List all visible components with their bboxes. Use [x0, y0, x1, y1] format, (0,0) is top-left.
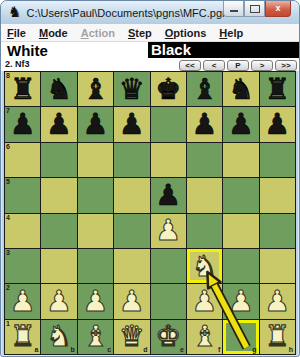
- play-button[interactable]: P: [227, 60, 249, 71]
- rank-label-6: 6: [6, 143, 10, 151]
- square-e3[interactable]: [151, 249, 186, 283]
- rank-label-2: 2: [6, 284, 10, 292]
- square-d4[interactable]: [114, 214, 149, 248]
- square-e7[interactable]: [151, 107, 186, 141]
- black-bishop: ♝: [192, 75, 218, 104]
- white-pawn: ♟: [192, 287, 218, 316]
- file-label-b: b: [70, 346, 74, 354]
- maximize-icon: [250, 5, 260, 13]
- white-pawn: ♟: [119, 287, 145, 316]
- white-rook: ♜: [264, 322, 290, 351]
- rank-label-8: 8: [6, 72, 10, 80]
- square-d2[interactable]: ♟: [114, 284, 149, 318]
- square-b1[interactable]: ♞b: [41, 320, 76, 354]
- black-knight: ♞: [46, 75, 72, 104]
- square-h4[interactable]: [260, 214, 295, 248]
- menu-item-options[interactable]: Options: [165, 27, 207, 39]
- black-pawn: ♟: [192, 110, 218, 139]
- chess-board: ♜8♞♝♛♚♝♞♜♟7♟♟♟♟♟♟65♟4♟3♞♟2♟♟♟♟♟♟♜1a♞b♝c♛…: [4, 71, 296, 355]
- square-e2[interactable]: [151, 284, 186, 318]
- square-d8[interactable]: ♛: [114, 72, 149, 106]
- square-h2[interactable]: ♟: [260, 284, 295, 318]
- white-pawn: ♟: [10, 287, 36, 316]
- square-f2[interactable]: ♟: [187, 284, 222, 318]
- first-move-button[interactable]: <<: [179, 60, 201, 71]
- black-player-box: Black: [148, 42, 299, 58]
- white-queen: ♛: [119, 322, 145, 351]
- white-pawn: ♟: [46, 287, 72, 316]
- prev-move-button[interactable]: <: [203, 60, 225, 71]
- file-label-g: g: [252, 346, 256, 354]
- square-a8[interactable]: ♜8: [5, 72, 40, 106]
- close-icon: x: [275, 4, 280, 13]
- square-f8[interactable]: ♝: [187, 72, 222, 106]
- white-bishop: ♝: [192, 322, 218, 351]
- black-pawn: ♟: [46, 110, 72, 139]
- square-g3[interactable]: [223, 249, 258, 283]
- black-pawn: ♟: [264, 110, 290, 139]
- white-rook: ♜: [10, 322, 36, 351]
- square-b4[interactable]: [41, 214, 76, 248]
- nav-buttons: <<<P>>>: [179, 60, 297, 71]
- file-label-e: e: [180, 346, 184, 354]
- file-label-h: h: [289, 346, 293, 354]
- square-d7[interactable]: ♟: [114, 107, 149, 141]
- square-b5[interactable]: [41, 178, 76, 212]
- menu-item-file[interactable]: File: [7, 27, 26, 39]
- last-move-button[interactable]: >>: [275, 60, 297, 71]
- square-c3[interactable]: [78, 249, 113, 283]
- square-e1[interactable]: ♚e: [151, 320, 186, 354]
- menu-bar: FileModeActionStepOptionsHelp: [1, 24, 299, 42]
- square-g2[interactable]: ♟: [223, 284, 258, 318]
- white-player-label: White: [7, 42, 48, 59]
- white-king: ♚: [155, 322, 181, 351]
- rank-label-1: 1: [6, 320, 10, 328]
- square-f5[interactable]: [187, 178, 222, 212]
- next-move-button[interactable]: >: [251, 60, 273, 71]
- square-h6[interactable]: [260, 143, 295, 177]
- square-e5[interactable]: ♟: [151, 178, 186, 212]
- square-b2[interactable]: ♟: [41, 284, 76, 318]
- square-h7[interactable]: ♟: [260, 107, 295, 141]
- square-a7[interactable]: ♟7: [5, 107, 40, 141]
- square-c2[interactable]: ♟: [78, 284, 113, 318]
- black-rook: ♜: [264, 75, 290, 104]
- square-f4[interactable]: [187, 214, 222, 248]
- black-bishop: ♝: [82, 75, 108, 104]
- file-label-c: c: [107, 346, 111, 354]
- square-a2[interactable]: ♟2: [5, 284, 40, 318]
- rank-label-4: 4: [6, 214, 10, 222]
- app-knight-icon: ♞: [8, 5, 21, 20]
- white-knight: ♞: [192, 252, 218, 281]
- black-pawn: ♟: [228, 110, 254, 139]
- square-a6[interactable]: 6: [5, 143, 40, 177]
- black-king: ♚: [155, 75, 181, 104]
- title-bar[interactable]: ♞ C:\Users\Paul\Documents\pgns\MFC.pgn x: [1, 1, 299, 24]
- square-b7[interactable]: ♟: [41, 107, 76, 141]
- window-controls: x: [223, 1, 291, 16]
- black-player-label: Black: [148, 42, 299, 58]
- square-c6[interactable]: [78, 143, 113, 177]
- window-title: C:\Users\Paul\Documents\pgns\MFC.pgn: [26, 7, 228, 19]
- square-e6[interactable]: [151, 143, 186, 177]
- square-g5[interactable]: [223, 178, 258, 212]
- rank-label-3: 3: [6, 249, 10, 257]
- rank-label-5: 5: [6, 178, 10, 186]
- square-f6[interactable]: [187, 143, 222, 177]
- maximize-button[interactable]: [244, 1, 265, 17]
- square-f3[interactable]: ♞: [187, 249, 222, 283]
- square-a5[interactable]: 5: [5, 178, 40, 212]
- square-g8[interactable]: ♞: [223, 72, 258, 106]
- app-window: ♞ C:\Users\Paul\Documents\pgns\MFC.pgn x…: [0, 0, 300, 357]
- square-d3[interactable]: [114, 249, 149, 283]
- square-c8[interactable]: ♝: [78, 72, 113, 106]
- file-label-a: a: [34, 346, 38, 354]
- close-button[interactable]: x: [265, 1, 291, 17]
- square-h1[interactable]: ♜h: [260, 320, 295, 354]
- square-g1[interactable]: g: [223, 320, 258, 354]
- square-a3[interactable]: 3: [5, 249, 40, 283]
- square-c5[interactable]: [78, 178, 113, 212]
- square-g4[interactable]: [223, 214, 258, 248]
- minimize-icon: [230, 10, 238, 12]
- square-h8[interactable]: ♜: [260, 72, 295, 106]
- square-g6[interactable]: [223, 143, 258, 177]
- rank-label-7: 7: [6, 107, 10, 115]
- white-pawn: ♟: [264, 287, 290, 316]
- players-bar: White Black: [1, 42, 299, 60]
- white-knight: ♞: [46, 322, 72, 351]
- square-c4[interactable]: [78, 214, 113, 248]
- square-d5[interactable]: [114, 178, 149, 212]
- square-a4[interactable]: 4: [5, 214, 40, 248]
- square-c1[interactable]: ♝c: [78, 320, 113, 354]
- square-g7[interactable]: ♟: [223, 107, 258, 141]
- black-rook: ♜: [10, 75, 36, 104]
- square-b8[interactable]: ♞: [41, 72, 76, 106]
- square-h3[interactable]: [260, 249, 295, 283]
- square-e8[interactable]: ♚: [151, 72, 186, 106]
- black-pawn: ♟: [119, 110, 145, 139]
- board-area: ♜8♞♝♛♚♝♞♜♟7♟♟♟♟♟♟65♟4♟3♞♟2♟♟♟♟♟♟♜1a♞b♝c♛…: [4, 71, 296, 355]
- menu-item-action[interactable]: Action: [81, 27, 115, 39]
- square-d1[interactable]: ♛d: [114, 320, 149, 354]
- square-b3[interactable]: [41, 249, 76, 283]
- black-pawn: ♟: [82, 110, 108, 139]
- square-e4[interactable]: ♟: [151, 214, 186, 248]
- file-label-d: d: [143, 346, 147, 354]
- black-pawn: ♟: [155, 181, 181, 210]
- square-h5[interactable]: [260, 178, 295, 212]
- menu-item-mode[interactable]: Mode: [39, 27, 68, 39]
- square-a1[interactable]: ♜1a: [5, 320, 40, 354]
- black-pawn: ♟: [10, 110, 36, 139]
- menu-item-step[interactable]: Step: [128, 27, 152, 39]
- black-queen: ♛: [119, 75, 145, 104]
- menu-item-help[interactable]: Help: [219, 27, 243, 39]
- move-indicator: 2. Nf3: [5, 59, 30, 69]
- white-pawn: ♟: [82, 287, 108, 316]
- square-d6[interactable]: [114, 143, 149, 177]
- black-knight: ♞: [228, 75, 254, 104]
- square-f7[interactable]: ♟: [187, 107, 222, 141]
- minimize-button[interactable]: [223, 1, 244, 17]
- square-b6[interactable]: [41, 143, 76, 177]
- navigation-bar: 2. Nf3 <<<P>>>: [1, 60, 299, 71]
- white-pawn: ♟: [155, 216, 181, 245]
- square-c7[interactable]: ♟: [78, 107, 113, 141]
- white-bishop: ♝: [82, 322, 108, 351]
- file-label-f: f: [218, 346, 220, 354]
- square-f1[interactable]: ♝f: [187, 320, 222, 354]
- white-pawn: ♟: [228, 287, 254, 316]
